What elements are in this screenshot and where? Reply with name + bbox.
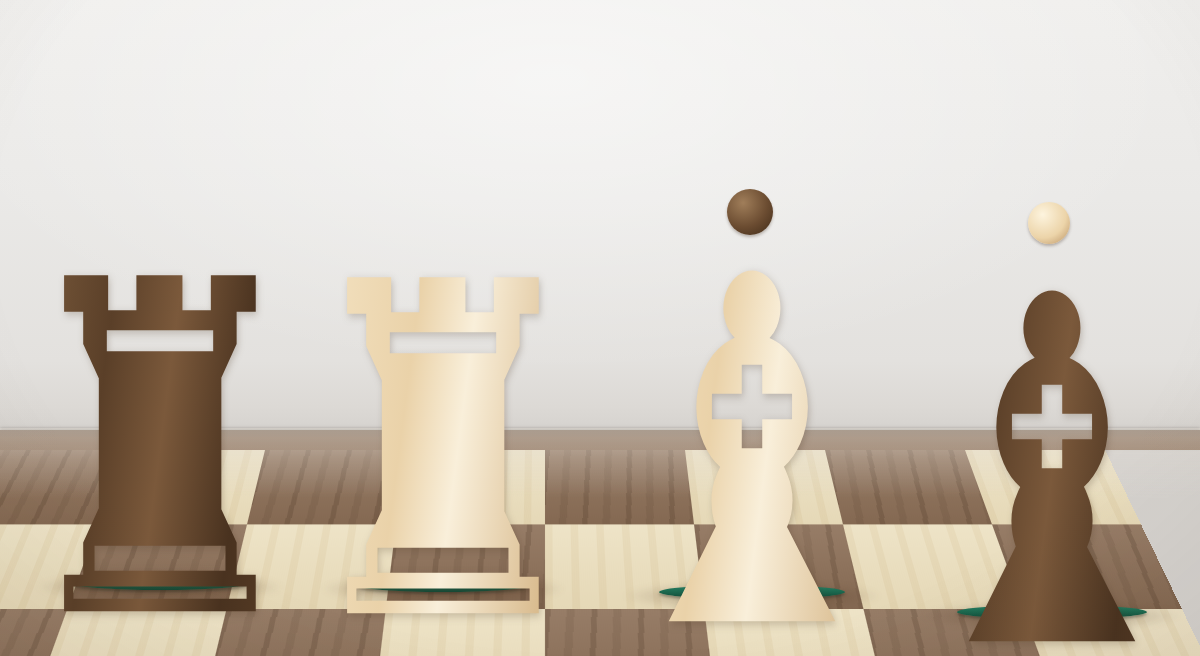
- piece-light-bishop: ♝: [593, 215, 911, 592]
- chess-photo-scene: ♜♜♝♝: [0, 0, 1200, 656]
- bishop-glyph: ♝: [893, 235, 1200, 656]
- piece-light-rook: ♜: [290, 224, 595, 585]
- pieces-layer: ♜♜♝♝: [0, 0, 1200, 656]
- rook-glyph: ♜: [290, 224, 595, 656]
- bishop-glyph: ♝: [593, 215, 911, 656]
- piece-dark-bishop: ♝: [893, 235, 1200, 612]
- light-bishop-finial-ball: [727, 189, 773, 235]
- rook-glyph: ♜: [7, 222, 312, 656]
- piece-dark-rook: ♜: [7, 222, 312, 583]
- dark-bishop-finial-ball: [1028, 202, 1070, 244]
